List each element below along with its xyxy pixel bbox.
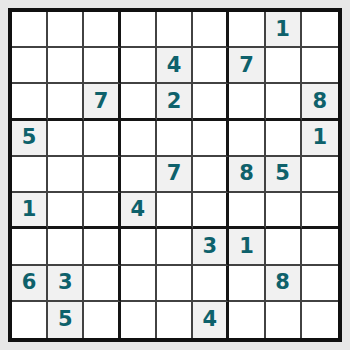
cell-r4c1: 5 [12,121,48,157]
cell-r5c7: 8 [229,157,265,193]
cell-r6c3[interactable] [84,193,120,229]
cell-r2c4[interactable] [121,48,157,84]
cell-r1c2[interactable] [48,12,84,48]
cell-r2c1[interactable] [12,48,48,84]
cell-r9c4[interactable] [121,302,157,338]
cell-r4c3[interactable] [84,121,120,157]
cell-r3c7[interactable] [229,84,265,120]
cell-r9c6: 4 [193,302,229,338]
cell-r5c8: 5 [266,157,302,193]
cell-r3c2[interactable] [48,84,84,120]
cell-r6c6[interactable] [193,193,229,229]
cell-r2c5: 4 [157,48,193,84]
cell-r1c3[interactable] [84,12,120,48]
cell-r1c9[interactable] [302,12,338,48]
cell-r4c4[interactable] [121,121,157,157]
cell-r4c7[interactable] [229,121,265,157]
cell-r8c4[interactable] [121,266,157,302]
cell-r5c9[interactable] [302,157,338,193]
cell-r1c1[interactable] [12,12,48,48]
cell-r1c6[interactable] [193,12,229,48]
cell-r5c6[interactable] [193,157,229,193]
cell-r6c1: 1 [12,193,48,229]
cell-r6c8[interactable] [266,193,302,229]
cell-r5c1[interactable] [12,157,48,193]
cell-r5c5: 7 [157,157,193,193]
cell-r5c3[interactable] [84,157,120,193]
cell-r2c2[interactable] [48,48,84,84]
cell-r6c2[interactable] [48,193,84,229]
cell-r3c1[interactable] [12,84,48,120]
cell-r9c1[interactable] [12,302,48,338]
cell-r6c9[interactable] [302,193,338,229]
cell-r2c6[interactable] [193,48,229,84]
cell-r7c9[interactable] [302,229,338,265]
cell-r7c7: 1 [229,229,265,265]
cell-r9c3[interactable] [84,302,120,338]
cell-r8c2: 3 [48,266,84,302]
cell-r3c4[interactable] [121,84,157,120]
cell-r8c8: 8 [266,266,302,302]
cell-r8c5[interactable] [157,266,193,302]
cell-r3c5: 2 [157,84,193,120]
cell-r3c6[interactable] [193,84,229,120]
cell-r6c4: 4 [121,193,157,229]
cell-r9c5[interactable] [157,302,193,338]
cell-r2c9[interactable] [302,48,338,84]
cell-r1c7[interactable] [229,12,265,48]
cell-r8c3[interactable] [84,266,120,302]
cell-r8c9[interactable] [302,266,338,302]
cell-r3c8[interactable] [266,84,302,120]
cell-r4c2[interactable] [48,121,84,157]
cell-r6c5[interactable] [157,193,193,229]
cell-r4c9: 1 [302,121,338,157]
cell-r2c8[interactable] [266,48,302,84]
cell-r9c9[interactable] [302,302,338,338]
cell-r2c3[interactable] [84,48,120,84]
cell-r2c7: 7 [229,48,265,84]
cell-r1c5[interactable] [157,12,193,48]
cell-r4c5[interactable] [157,121,193,157]
cell-r6c7[interactable] [229,193,265,229]
cell-r9c8[interactable] [266,302,302,338]
cell-r3c9: 8 [302,84,338,120]
cell-r9c2: 5 [48,302,84,338]
cell-r8c7[interactable] [229,266,265,302]
cell-r7c5[interactable] [157,229,193,265]
cell-r5c4[interactable] [121,157,157,193]
cell-r4c8[interactable] [266,121,302,157]
cell-r1c4[interactable] [121,12,157,48]
cell-r7c3[interactable] [84,229,120,265]
cell-r5c2[interactable] [48,157,84,193]
cell-r7c2[interactable] [48,229,84,265]
cell-r8c6[interactable] [193,266,229,302]
cell-r8c1: 6 [12,266,48,302]
cell-r3c3: 7 [84,84,120,120]
cell-r9c7[interactable] [229,302,265,338]
cell-r7c6: 3 [193,229,229,265]
cell-r7c1[interactable] [12,229,48,265]
sudoku-board: 14772851785143163854 [8,8,342,342]
cell-r7c8[interactable] [266,229,302,265]
cell-r4c6[interactable] [193,121,229,157]
cell-r1c8: 1 [266,12,302,48]
cell-r7c4[interactable] [121,229,157,265]
